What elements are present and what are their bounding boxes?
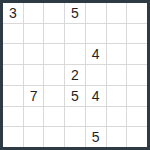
puzzle-board: 35427545: [0, 0, 150, 150]
cell-r7c3[interactable]: [44, 127, 64, 147]
cell-r3c5[interactable]: 4: [86, 44, 106, 64]
cell-r6c2[interactable]: [24, 107, 44, 127]
cell-r4c4[interactable]: 2: [65, 65, 85, 85]
cell-r2c7[interactable]: [127, 24, 147, 44]
cell-r5c7[interactable]: [127, 86, 147, 106]
cell-r1c1[interactable]: 3: [3, 3, 23, 23]
cell-r2c3[interactable]: [44, 24, 64, 44]
cell-r1c6[interactable]: [107, 3, 127, 23]
cell-r7c4[interactable]: [65, 127, 85, 147]
cell-r6c6[interactable]: [107, 107, 127, 127]
cell-r2c2[interactable]: [24, 24, 44, 44]
cell-r4c6[interactable]: [107, 65, 127, 85]
cell-r6c7[interactable]: [127, 107, 147, 127]
cell-r4c1[interactable]: [3, 65, 23, 85]
cell-r6c1[interactable]: [3, 107, 23, 127]
cell-r6c3[interactable]: [44, 107, 64, 127]
cell-r5c1[interactable]: [3, 86, 23, 106]
cell-r5c2[interactable]: 7: [24, 86, 44, 106]
cell-r2c1[interactable]: [3, 24, 23, 44]
cell-r4c7[interactable]: [127, 65, 147, 85]
cell-r3c6[interactable]: [107, 44, 127, 64]
cell-r1c7[interactable]: [127, 3, 147, 23]
cell-r5c4[interactable]: 5: [65, 86, 85, 106]
cell-r7c2[interactable]: [24, 127, 44, 147]
cell-r7c7[interactable]: [127, 127, 147, 147]
cell-r3c4[interactable]: [65, 44, 85, 64]
cell-r3c3[interactable]: [44, 44, 64, 64]
cell-r1c2[interactable]: [24, 3, 44, 23]
cell-r4c3[interactable]: [44, 65, 64, 85]
cell-r5c3[interactable]: [44, 86, 64, 106]
cell-r5c6[interactable]: [107, 86, 127, 106]
cell-r2c4[interactable]: [65, 24, 85, 44]
cell-r1c5[interactable]: [86, 3, 106, 23]
cell-r6c4[interactable]: [65, 107, 85, 127]
cell-r4c2[interactable]: [24, 65, 44, 85]
cell-r2c5[interactable]: [86, 24, 106, 44]
cell-r1c4[interactable]: 5: [65, 3, 85, 23]
cell-r4c5[interactable]: [86, 65, 106, 85]
cell-r7c1[interactable]: [3, 127, 23, 147]
cell-r6c5[interactable]: [86, 107, 106, 127]
cell-r1c3[interactable]: [44, 3, 64, 23]
cell-r2c6[interactable]: [107, 24, 127, 44]
cell-r5c5[interactable]: 4: [86, 86, 106, 106]
cell-r7c6[interactable]: [107, 127, 127, 147]
cell-r3c7[interactable]: [127, 44, 147, 64]
cell-r3c1[interactable]: [3, 44, 23, 64]
cell-r7c5[interactable]: 5: [86, 127, 106, 147]
cell-r3c2[interactable]: [24, 44, 44, 64]
